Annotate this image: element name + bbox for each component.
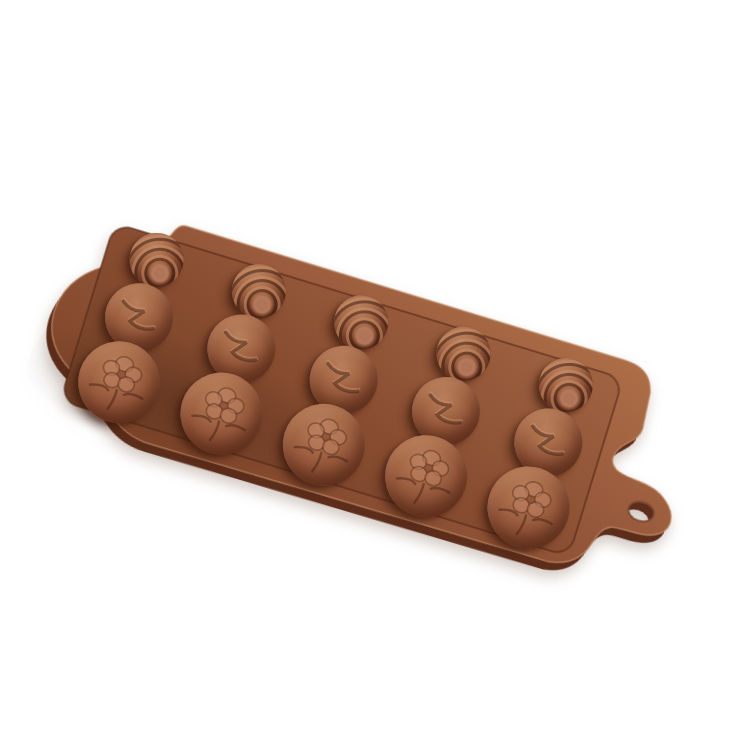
photo-scene: [0, 0, 750, 750]
chocolate-mold-tray: [7, 169, 738, 632]
